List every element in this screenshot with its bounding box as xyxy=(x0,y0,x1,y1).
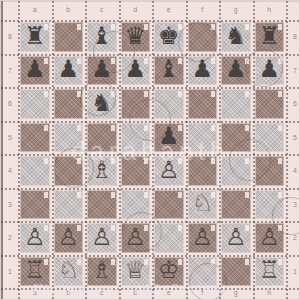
denomination-mark xyxy=(245,91,249,97)
square-b6[interactable] xyxy=(52,87,86,121)
square-f5[interactable] xyxy=(186,121,220,155)
denomination-mark xyxy=(211,125,215,131)
denomination-mark xyxy=(77,158,81,164)
file-label-a: a xyxy=(18,6,52,13)
stamp-h8: ♜ xyxy=(255,22,285,52)
file-label-b: b xyxy=(52,289,86,296)
stamp-a5 xyxy=(20,123,50,153)
denomination-mark xyxy=(77,91,81,97)
white-king-piece: ♔ xyxy=(158,258,180,282)
file-label-h: h xyxy=(253,6,287,13)
denomination-mark xyxy=(44,158,48,164)
square-a3[interactable] xyxy=(18,188,52,222)
square-h3[interactable] xyxy=(253,188,287,222)
square-c6[interactable]: ♞ xyxy=(85,87,119,121)
white-pawn-piece: ♙ xyxy=(91,225,113,249)
rank-label-4: 4 xyxy=(290,154,300,188)
stamp-c1: ♗ xyxy=(87,257,117,287)
stamp-a8: ♜ xyxy=(20,22,50,52)
stamp-c7: ♟ xyxy=(87,56,117,86)
rank-label-3: 3 xyxy=(5,188,15,222)
stamp-a2: ♙ xyxy=(20,223,50,253)
denomination-mark xyxy=(278,91,282,97)
stamp-f6 xyxy=(188,89,218,119)
rank-label-8: 8 xyxy=(290,20,300,54)
square-a6[interactable] xyxy=(18,87,52,121)
square-e8[interactable]: ♚ xyxy=(152,20,186,54)
white-pawn-piece: ♙ xyxy=(158,158,180,182)
square-g3[interactable] xyxy=(219,188,253,222)
stamp-e2 xyxy=(154,223,184,253)
square-g7[interactable]: ♟ xyxy=(219,54,253,88)
square-f8[interactable] xyxy=(186,20,220,54)
stamp-b6 xyxy=(54,89,84,119)
stamp-e3 xyxy=(154,190,184,220)
black-pawn-piece: ♟ xyxy=(258,57,280,81)
black-queen-piece: ♛ xyxy=(124,24,146,48)
perforation-line-vertical xyxy=(286,1,288,299)
denomination-mark xyxy=(245,125,249,131)
white-bishop-piece: ♗ xyxy=(91,258,113,282)
denomination-mark xyxy=(178,192,182,198)
black-rook-piece: ♜ xyxy=(258,24,280,48)
stamp-f3: ♘ xyxy=(188,190,218,220)
square-c4[interactable]: ♗ xyxy=(85,154,119,188)
stamp-d8: ♛ xyxy=(121,22,151,52)
square-h1[interactable]: ♖ xyxy=(253,255,287,289)
square-d8[interactable]: ♛ xyxy=(119,20,153,54)
denomination-mark xyxy=(77,125,81,131)
file-label-g: g xyxy=(219,289,253,296)
denomination-mark xyxy=(211,158,215,164)
stamp-g6 xyxy=(221,89,251,119)
square-h2[interactable]: ♙ xyxy=(253,221,287,255)
stamp-d6 xyxy=(121,89,151,119)
square-b7[interactable]: ♟ xyxy=(52,54,86,88)
square-g6[interactable] xyxy=(219,87,253,121)
white-knight-piece: ♘ xyxy=(191,191,213,215)
white-queen-piece: ♕ xyxy=(124,258,146,282)
square-h4[interactable] xyxy=(253,154,287,188)
square-e5[interactable]: ♟ xyxy=(152,121,186,155)
black-rook-piece: ♜ xyxy=(24,24,46,48)
denomination-mark xyxy=(211,259,215,265)
file-label-e: e xyxy=(152,289,186,296)
rank-label-7: 7 xyxy=(5,54,15,88)
rank-label-6: 6 xyxy=(290,87,300,121)
square-d6[interactable] xyxy=(119,87,153,121)
denomination-mark xyxy=(211,91,215,97)
white-pawn-piece: ♙ xyxy=(24,225,46,249)
stamp-h4 xyxy=(255,156,285,186)
stamp-f5 xyxy=(188,123,218,153)
file-label-e: e xyxy=(152,6,186,13)
square-a1[interactable]: ♖ xyxy=(18,255,52,289)
square-b3[interactable] xyxy=(52,188,86,222)
stamp-e8: ♚ xyxy=(154,22,184,52)
stamp-f4 xyxy=(188,156,218,186)
square-d4[interactable] xyxy=(119,154,153,188)
stamp-g2: ♙ xyxy=(221,223,251,253)
stamp-b2: ♙ xyxy=(54,223,84,253)
white-pawn-piece: ♙ xyxy=(124,225,146,249)
stamp-c4: ♗ xyxy=(87,156,117,186)
stamp-g1 xyxy=(221,257,251,287)
square-b1[interactable]: ♘ xyxy=(52,255,86,289)
square-d3[interactable] xyxy=(119,188,153,222)
denomination-mark xyxy=(44,192,48,198)
rank-label-5: 5 xyxy=(290,121,300,155)
stamp-g4 xyxy=(221,156,251,186)
stamp-d3 xyxy=(121,190,151,220)
file-label-c: c xyxy=(85,289,119,296)
stamp-d7: ♟ xyxy=(121,56,151,86)
file-label-a: a xyxy=(18,289,52,296)
stamp-e4: ♙ xyxy=(154,156,184,186)
square-b5[interactable] xyxy=(52,121,86,155)
square-d2[interactable]: ♙ xyxy=(119,221,153,255)
square-a5[interactable] xyxy=(18,121,52,155)
square-c8[interactable]: ♝ xyxy=(85,20,119,54)
black-bishop-piece: ♝ xyxy=(91,24,113,48)
black-knight-piece: ♞ xyxy=(225,24,247,48)
denomination-mark xyxy=(111,192,115,198)
stamp-d4 xyxy=(121,156,151,186)
square-e4[interactable]: ♙ xyxy=(152,154,186,188)
file-label-b: b xyxy=(52,6,86,13)
denomination-mark xyxy=(178,91,182,97)
rank-label-2: 2 xyxy=(290,221,300,255)
rank-label-8: 8 xyxy=(5,20,15,54)
square-a4[interactable] xyxy=(18,154,52,188)
square-c1[interactable]: ♗ xyxy=(85,255,119,289)
square-b4[interactable] xyxy=(52,154,86,188)
white-pawn-piece: ♙ xyxy=(258,225,280,249)
white-pawn-piece: ♙ xyxy=(225,225,247,249)
stamp-h2: ♙ xyxy=(255,223,285,253)
denomination-mark xyxy=(278,192,282,198)
black-knight-piece: ♞ xyxy=(91,91,113,115)
denomination-mark xyxy=(144,125,148,131)
file-label-f: f xyxy=(186,289,220,296)
stamp-h6 xyxy=(255,89,285,119)
rank-label-6: 6 xyxy=(5,87,15,121)
stamp-c8: ♝ xyxy=(87,22,117,52)
white-rook-piece: ♖ xyxy=(24,258,46,282)
denomination-mark xyxy=(245,259,249,265)
square-g5[interactable] xyxy=(219,121,253,155)
square-c5[interactable] xyxy=(85,121,119,155)
white-bishop-piece: ♗ xyxy=(91,158,113,182)
file-label-c: c xyxy=(85,6,119,13)
stamp-b4 xyxy=(54,156,84,186)
rank-label-1: 1 xyxy=(290,255,300,289)
white-rook-piece: ♖ xyxy=(258,258,280,282)
stamp-b1: ♘ xyxy=(54,257,84,287)
square-e3[interactable] xyxy=(152,188,186,222)
rank-label-5: 5 xyxy=(5,121,15,155)
perforation-line-horizontal xyxy=(1,288,299,290)
square-a8[interactable]: ♜ xyxy=(18,20,52,54)
square-a7[interactable]: ♟ xyxy=(18,54,52,88)
square-a2[interactable]: ♙ xyxy=(18,221,52,255)
denomination-mark xyxy=(278,125,282,131)
square-g4[interactable] xyxy=(219,154,253,188)
square-e7[interactable]: ♝ xyxy=(152,54,186,88)
photo-edge-left xyxy=(1,1,3,299)
rank-label-7: 7 xyxy=(290,54,300,88)
stamp-d2: ♙ xyxy=(121,223,151,253)
stamp-e7: ♝ xyxy=(154,56,184,86)
file-label-g: g xyxy=(219,6,253,13)
square-c2[interactable]: ♙ xyxy=(85,221,119,255)
denomination-mark xyxy=(245,158,249,164)
square-g1[interactable] xyxy=(219,255,253,289)
black-pawn-piece: ♟ xyxy=(91,57,113,81)
black-pawn-piece: ♟ xyxy=(158,124,180,148)
rank-label-1: 1 xyxy=(5,255,15,289)
black-king-piece: ♚ xyxy=(158,24,180,48)
stamp-f7: ♟ xyxy=(188,56,218,86)
board: ♜♝♛♚♞♜♟♟♟♟♝♟♟♟♞♟♗♙♘♙♙♙♙♙♙♙♖♘♗♕♔♖ xyxy=(18,20,286,288)
stamp-e6 xyxy=(154,89,184,119)
denomination-mark xyxy=(144,91,148,97)
stamp-h5 xyxy=(255,123,285,153)
denomination-mark xyxy=(44,91,48,97)
square-g2[interactable]: ♙ xyxy=(219,221,253,255)
square-c7[interactable]: ♟ xyxy=(85,54,119,88)
black-pawn-piece: ♟ xyxy=(124,57,146,81)
stamp-d5 xyxy=(121,123,151,153)
stamp-e5: ♟ xyxy=(154,123,184,153)
denomination-mark xyxy=(245,192,249,198)
denomination-mark xyxy=(77,192,81,198)
black-pawn-piece: ♟ xyxy=(191,57,213,81)
stamp-b3 xyxy=(54,190,84,220)
square-b8[interactable] xyxy=(52,20,86,54)
file-label-f: f xyxy=(186,6,220,13)
stamp-b5 xyxy=(54,123,84,153)
square-c3[interactable] xyxy=(85,188,119,222)
square-f2[interactable]: ♙ xyxy=(186,221,220,255)
rank-label-3: 3 xyxy=(290,188,300,222)
stamp-a6 xyxy=(20,89,50,119)
square-f1[interactable] xyxy=(186,255,220,289)
white-knight-piece: ♘ xyxy=(57,258,79,282)
square-h6[interactable] xyxy=(253,87,287,121)
denomination-mark xyxy=(111,125,115,131)
square-h7[interactable]: ♟ xyxy=(253,54,287,88)
square-e6[interactable] xyxy=(152,87,186,121)
stamp-f1 xyxy=(188,257,218,287)
white-pawn-piece: ♙ xyxy=(57,225,79,249)
denomination-mark xyxy=(211,24,215,30)
square-f4[interactable] xyxy=(186,154,220,188)
stamp-a7: ♟ xyxy=(20,56,50,86)
denomination-mark xyxy=(144,192,148,198)
stamp-h7: ♟ xyxy=(255,56,285,86)
stamp-g3 xyxy=(221,190,251,220)
stamp-sheet-chessboard: abcdefgh abcdefgh 87654321 87654321 ♜♝♛♚… xyxy=(0,0,300,300)
square-f7[interactable]: ♟ xyxy=(186,54,220,88)
denomination-mark xyxy=(278,158,282,164)
stamp-h3 xyxy=(255,190,285,220)
black-pawn-piece: ♟ xyxy=(225,57,247,81)
black-pawn-piece: ♟ xyxy=(24,57,46,81)
stamp-b8 xyxy=(54,22,84,52)
stamp-h1: ♖ xyxy=(255,257,285,287)
file-label-d: d xyxy=(119,289,153,296)
stamp-g7: ♟ xyxy=(221,56,251,86)
stamp-d1: ♕ xyxy=(121,257,151,287)
square-d1[interactable]: ♕ xyxy=(119,255,153,289)
square-d5[interactable] xyxy=(119,121,153,155)
stamp-b7: ♟ xyxy=(54,56,84,86)
stamp-a3 xyxy=(20,190,50,220)
stamp-g5 xyxy=(221,123,251,153)
stamp-c5 xyxy=(87,123,117,153)
square-e2[interactable] xyxy=(152,221,186,255)
square-g8[interactable]: ♞ xyxy=(219,20,253,54)
square-h8[interactable]: ♜ xyxy=(253,20,287,54)
black-pawn-piece: ♟ xyxy=(57,57,79,81)
stamp-a1: ♖ xyxy=(20,257,50,287)
square-b2[interactable]: ♙ xyxy=(52,221,86,255)
stamp-e1: ♔ xyxy=(154,257,184,287)
white-pawn-piece: ♙ xyxy=(191,225,213,249)
file-label-d: d xyxy=(119,6,153,13)
stamp-g8: ♞ xyxy=(221,22,251,52)
denomination-mark xyxy=(178,225,182,231)
rank-label-2: 2 xyxy=(5,221,15,255)
square-f3[interactable]: ♘ xyxy=(186,188,220,222)
denomination-mark xyxy=(44,125,48,131)
stamp-c6: ♞ xyxy=(87,89,117,119)
stamp-f8 xyxy=(188,22,218,52)
rank-label-4: 4 xyxy=(5,154,15,188)
square-d7[interactable]: ♟ xyxy=(119,54,153,88)
file-label-h: h xyxy=(253,289,287,296)
stamp-f2: ♙ xyxy=(188,223,218,253)
square-f6[interactable] xyxy=(186,87,220,121)
stamp-a4 xyxy=(20,156,50,186)
denomination-mark xyxy=(77,24,81,30)
square-h5[interactable] xyxy=(253,121,287,155)
black-bishop-piece: ♝ xyxy=(158,57,180,81)
denomination-mark xyxy=(144,158,148,164)
stamp-c2: ♙ xyxy=(87,223,117,253)
square-e1[interactable]: ♔ xyxy=(152,255,186,289)
stamp-c3 xyxy=(87,190,117,220)
